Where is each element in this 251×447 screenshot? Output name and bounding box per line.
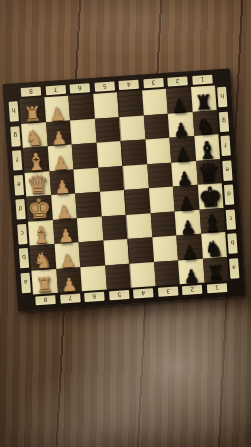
square-f4 bbox=[121, 139, 147, 165]
frame-corner bbox=[6, 86, 20, 100]
file-label: e bbox=[14, 175, 24, 196]
square-c7: ♟ bbox=[52, 218, 78, 244]
rank-label: 3 bbox=[158, 286, 179, 296]
square-e1: ♛ bbox=[196, 159, 222, 185]
square-f8: ♝ bbox=[23, 146, 49, 172]
square-h4 bbox=[117, 91, 143, 117]
rank-label: 1 bbox=[207, 283, 228, 293]
square-f5 bbox=[96, 141, 122, 167]
square-f2: ♟ bbox=[169, 136, 195, 162]
square-c4 bbox=[126, 213, 152, 239]
square-e4 bbox=[122, 164, 148, 190]
file-label: d bbox=[224, 185, 234, 206]
coordinate-label-cell: c bbox=[223, 207, 238, 232]
square-h6 bbox=[68, 94, 94, 120]
rank-label: 2 bbox=[182, 285, 203, 295]
square-b5 bbox=[103, 239, 129, 265]
coordinate-label-cell: h bbox=[215, 84, 230, 109]
coordinate-label-cell: b bbox=[225, 231, 240, 256]
coordinate-label-cell: 4 bbox=[131, 286, 156, 301]
file-label: h bbox=[9, 101, 19, 122]
square-e3 bbox=[147, 162, 173, 188]
square-d5 bbox=[100, 190, 126, 216]
square-b8: ♞ bbox=[30, 244, 56, 270]
square-g4 bbox=[119, 115, 145, 141]
coordinate-label-cell: 3 bbox=[155, 284, 180, 299]
file-label: c bbox=[17, 224, 27, 245]
rank-label: 5 bbox=[94, 81, 115, 91]
file-label: b bbox=[227, 234, 237, 255]
square-h5 bbox=[93, 92, 119, 118]
square-f7: ♟ bbox=[47, 145, 73, 171]
square-d7: ♟ bbox=[51, 193, 77, 219]
frame-corner bbox=[214, 72, 228, 86]
square-g3 bbox=[143, 113, 169, 139]
frame-corner bbox=[20, 295, 34, 309]
square-b4 bbox=[127, 237, 153, 263]
square-a2: ♟ bbox=[178, 258, 204, 284]
square-a8: ♜ bbox=[31, 268, 57, 294]
rank-label: 4 bbox=[133, 288, 154, 298]
coordinate-label-cell: f bbox=[218, 133, 233, 158]
square-d4 bbox=[124, 188, 150, 214]
square-a5 bbox=[105, 263, 131, 289]
square-e7: ♟ bbox=[49, 169, 75, 195]
file-label: a bbox=[229, 258, 239, 279]
square-d2: ♟ bbox=[173, 185, 199, 211]
rank-label: 7 bbox=[45, 85, 66, 95]
square-a6 bbox=[80, 265, 106, 291]
square-e2: ♟ bbox=[171, 160, 197, 186]
rank-label: 8 bbox=[21, 87, 42, 97]
coordinate-label-cell: d bbox=[222, 182, 237, 207]
square-b7: ♟ bbox=[54, 242, 80, 268]
photo-scene: 87654321h♜♟♟♜hg♞♟♟♞gf♝♟♟♝fe♛♟♟♛ed♚♟♟♚dc♝… bbox=[0, 0, 251, 447]
square-a4 bbox=[129, 262, 155, 288]
rank-label: 4 bbox=[119, 80, 140, 90]
square-d3 bbox=[148, 187, 174, 213]
file-label: g bbox=[219, 111, 229, 132]
coordinate-label-cell: 5 bbox=[106, 288, 131, 303]
coordinate-label-cell: 8 bbox=[33, 293, 58, 308]
square-c1: ♝ bbox=[199, 208, 225, 234]
square-d6 bbox=[75, 192, 101, 218]
rank-label: 6 bbox=[70, 83, 91, 93]
square-g2: ♟ bbox=[168, 112, 194, 138]
board-frame: 87654321h♜♟♟♜hg♞♟♟♞gf♝♟♟♝fe♛♟♟♛ed♚♟♟♚dc♝… bbox=[2, 68, 245, 311]
square-b6 bbox=[79, 241, 105, 267]
file-label: d bbox=[15, 199, 25, 220]
square-h2: ♟ bbox=[166, 87, 192, 113]
square-a7: ♟ bbox=[56, 267, 82, 293]
square-c8: ♝ bbox=[28, 220, 54, 246]
rank-label: 6 bbox=[84, 292, 105, 302]
square-g6 bbox=[70, 118, 96, 144]
square-d1: ♚ bbox=[197, 183, 223, 209]
square-f6 bbox=[72, 143, 98, 169]
square-c5 bbox=[101, 214, 127, 240]
square-f3 bbox=[145, 138, 171, 164]
square-h7: ♟ bbox=[44, 96, 70, 122]
square-a3 bbox=[154, 260, 180, 286]
square-g5 bbox=[94, 117, 120, 143]
chess-board: 87654321h♜♟♟♜hg♞♟♟♞gf♝♟♟♝fe♛♟♟♛ed♚♟♟♚dc♝… bbox=[2, 68, 245, 311]
file-label: b bbox=[19, 248, 29, 269]
square-d8: ♚ bbox=[26, 195, 52, 221]
file-label: g bbox=[10, 126, 20, 147]
file-label: f bbox=[12, 150, 22, 171]
coordinate-label-cell: 2 bbox=[180, 283, 205, 298]
coordinate-label-cell: g bbox=[217, 109, 232, 134]
rank-label: 2 bbox=[168, 76, 189, 86]
coordinate-label-cell: e bbox=[220, 158, 235, 183]
square-g7: ♟ bbox=[46, 120, 72, 146]
file-label: f bbox=[220, 136, 230, 157]
square-e8: ♛ bbox=[25, 171, 51, 197]
square-h1: ♜ bbox=[190, 85, 216, 111]
square-h8: ♜ bbox=[19, 97, 45, 123]
square-a1: ♜ bbox=[202, 256, 228, 282]
square-e5 bbox=[98, 166, 124, 192]
file-label: h bbox=[217, 87, 227, 108]
square-c2: ♟ bbox=[175, 209, 201, 235]
file-label: e bbox=[222, 160, 232, 181]
square-c3 bbox=[150, 211, 176, 237]
square-b1: ♞ bbox=[201, 232, 227, 258]
square-b2: ♟ bbox=[176, 234, 202, 260]
rank-label: 8 bbox=[35, 295, 56, 305]
file-label: c bbox=[226, 209, 236, 230]
frame-corner bbox=[229, 280, 243, 294]
rank-label: 1 bbox=[192, 75, 213, 85]
square-b3 bbox=[152, 235, 178, 261]
rank-label: 3 bbox=[143, 78, 164, 88]
rank-label: 7 bbox=[60, 293, 81, 303]
square-c6 bbox=[77, 216, 103, 242]
file-label: a bbox=[21, 273, 31, 294]
coordinate-label-cell: 7 bbox=[58, 291, 83, 306]
square-e6 bbox=[73, 167, 99, 193]
square-f1: ♝ bbox=[194, 134, 220, 160]
coordinate-label-cell: 6 bbox=[82, 289, 107, 304]
square-g8: ♞ bbox=[21, 122, 47, 148]
rank-label: 5 bbox=[109, 290, 130, 300]
coordinate-label-cell: 1 bbox=[204, 281, 229, 296]
coordinate-label-cell: a bbox=[227, 256, 242, 281]
square-g1: ♞ bbox=[192, 110, 218, 136]
square-h3 bbox=[142, 89, 168, 115]
